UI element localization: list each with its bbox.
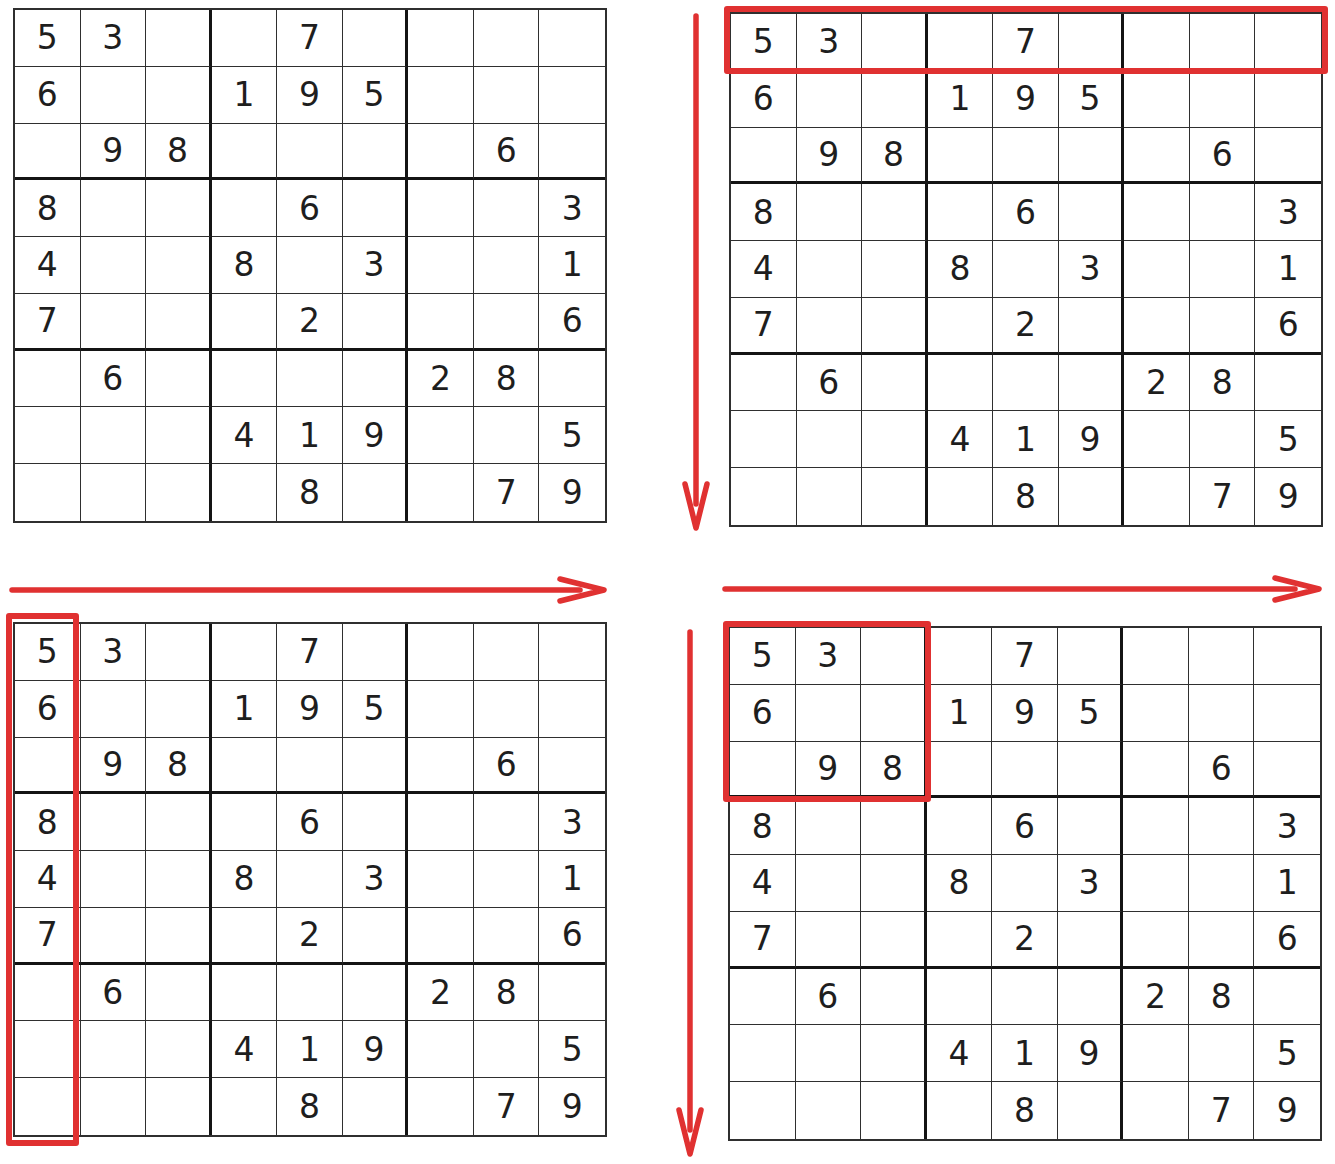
cell-r4c3 — [146, 794, 212, 851]
cell-r5c7 — [408, 237, 474, 294]
cell-r7c4 — [212, 965, 278, 1022]
cell-r7c1 — [731, 355, 797, 412]
cell-r9c4 — [212, 464, 278, 521]
cell-r5c9: 1 — [539, 851, 605, 908]
cell-r2c9 — [1254, 685, 1320, 742]
cell-r5c3 — [861, 855, 927, 912]
cell-r3c8: 6 — [474, 738, 540, 795]
cell-r8c6: 9 — [343, 1021, 409, 1078]
cell-r3c4 — [928, 128, 994, 185]
row-direction-arrow-icon — [721, 574, 1325, 604]
sudoku-panel-bottom-left: 537619598686348317266284195879 — [13, 622, 607, 1137]
cell-r8c4: 4 — [928, 411, 994, 468]
cell-r3c5 — [993, 128, 1059, 185]
cell-r2c2 — [797, 71, 863, 128]
cell-r3c9 — [1255, 128, 1321, 185]
cell-r7c5 — [277, 965, 343, 1022]
cell-r3c7 — [1124, 128, 1190, 185]
cell-r3c9 — [1254, 742, 1320, 799]
cell-r9c4 — [212, 1078, 278, 1135]
cell-r2c1: 6 — [730, 685, 796, 742]
cell-r1c8 — [1190, 14, 1256, 71]
cell-r9c1 — [15, 464, 81, 521]
cell-r1c2: 3 — [797, 14, 863, 71]
cell-r7c5 — [992, 969, 1058, 1026]
cell-r2c2 — [81, 681, 147, 738]
cell-r1c1: 5 — [730, 628, 796, 685]
cell-r5c7 — [408, 851, 474, 908]
sudoku-panel-top-left: 537619598686348317266284195879 — [13, 8, 607, 523]
sudoku-panel-bottom-right: 537619598686348317266284195879 — [728, 626, 1322, 1141]
cell-r1c6 — [343, 624, 409, 681]
cell-r2c3 — [146, 681, 212, 738]
cell-r7c8: 8 — [1189, 969, 1255, 1026]
cell-r6c1: 7 — [15, 294, 81, 351]
cell-r3c6 — [1058, 742, 1124, 799]
cell-r8c3 — [146, 1021, 212, 1078]
cell-r4c4 — [928, 184, 994, 241]
cell-r8c1 — [731, 411, 797, 468]
cell-r8c2 — [796, 1025, 862, 1082]
cell-r1c9 — [1254, 628, 1320, 685]
cell-r3c9 — [539, 738, 605, 795]
cell-r7c2: 6 — [796, 969, 862, 1026]
cell-r9c9: 9 — [1255, 468, 1321, 525]
cell-r8c8 — [474, 1021, 540, 1078]
cell-r4c9: 3 — [539, 180, 605, 237]
cell-r5c1: 4 — [731, 241, 797, 298]
sudoku-grid-top-left: 537619598686348317266284195879 — [13, 8, 607, 523]
cell-r8c6: 9 — [1059, 411, 1125, 468]
cell-r9c7 — [408, 1078, 474, 1135]
cell-r9c2 — [796, 1082, 862, 1139]
cell-r7c9 — [539, 351, 605, 408]
cell-r6c6 — [343, 908, 409, 965]
cell-r5c1: 4 — [15, 851, 81, 908]
cell-r7c8: 8 — [1190, 355, 1256, 412]
cell-r2c6: 5 — [1058, 685, 1124, 742]
cell-r8c7 — [408, 1021, 474, 1078]
cell-r4c6 — [343, 794, 409, 851]
cell-r7c7: 2 — [408, 965, 474, 1022]
cell-r6c8 — [474, 908, 540, 965]
cell-r8c4: 4 — [212, 1021, 278, 1078]
cell-r9c1 — [15, 1078, 81, 1135]
cell-r9c7 — [408, 464, 474, 521]
cell-r9c8: 7 — [1189, 1082, 1255, 1139]
cell-r6c5: 2 — [277, 294, 343, 351]
cell-r2c5: 9 — [993, 71, 1059, 128]
cell-r1c4 — [212, 10, 278, 67]
cell-r6c2 — [796, 912, 862, 969]
cell-r3c8: 6 — [474, 124, 540, 181]
cell-r6c9: 6 — [539, 908, 605, 965]
cell-r8c3 — [146, 407, 212, 464]
cell-r6c5: 2 — [992, 912, 1058, 969]
cell-r8c9: 5 — [539, 1021, 605, 1078]
cell-r1c4 — [212, 624, 278, 681]
cell-r7c6 — [343, 351, 409, 408]
cell-r9c7 — [1123, 1082, 1189, 1139]
cell-r8c8 — [1189, 1025, 1255, 1082]
cell-r2c7 — [1124, 71, 1190, 128]
cell-r5c2 — [796, 855, 862, 912]
cell-r6c7 — [408, 294, 474, 351]
cell-r4c7 — [1123, 798, 1189, 855]
cell-r2c5: 9 — [277, 67, 343, 124]
cell-r9c5: 8 — [277, 1078, 343, 1135]
cell-r6c3 — [862, 298, 928, 355]
cell-r4c1: 8 — [15, 794, 81, 851]
cell-r2c6: 5 — [343, 67, 409, 124]
cell-r1c1: 5 — [15, 624, 81, 681]
cell-r3c5 — [277, 738, 343, 795]
cell-r7c3 — [861, 969, 927, 1026]
cell-r3c2: 9 — [81, 124, 147, 181]
cell-r3c7 — [408, 124, 474, 181]
cell-r1c5: 7 — [993, 14, 1059, 71]
cell-r9c2 — [797, 468, 863, 525]
cell-r6c8 — [1189, 912, 1255, 969]
column-direction-arrow-icon — [675, 628, 705, 1160]
cell-r5c4: 8 — [928, 241, 994, 298]
cell-r6c5: 2 — [277, 908, 343, 965]
cell-r7c4 — [927, 969, 993, 1026]
sudoku-grid-bottom-left: 537619598686348317266284195879 — [13, 622, 607, 1137]
cell-r4c8 — [1190, 184, 1256, 241]
cell-r4c8 — [474, 180, 540, 237]
cell-r3c2: 9 — [797, 128, 863, 185]
cell-r7c8: 8 — [474, 965, 540, 1022]
cell-r7c4 — [212, 351, 278, 408]
cell-r1c7 — [408, 10, 474, 67]
cell-r9c8: 7 — [474, 1078, 540, 1135]
cell-r4c8 — [1189, 798, 1255, 855]
cell-r3c8: 6 — [1189, 742, 1255, 799]
cell-r4c6 — [1058, 798, 1124, 855]
cell-r7c1 — [15, 965, 81, 1022]
cell-r8c5: 1 — [277, 1021, 343, 1078]
cell-r9c8: 7 — [1190, 468, 1256, 525]
cell-r1c3 — [862, 14, 928, 71]
cell-r7c7: 2 — [1124, 355, 1190, 412]
cell-r4c8 — [474, 794, 540, 851]
cell-r2c4: 1 — [928, 71, 994, 128]
cell-r4c3 — [862, 184, 928, 241]
cell-r5c2 — [81, 851, 147, 908]
cell-r6c2 — [81, 908, 147, 965]
cell-r7c7: 2 — [408, 351, 474, 408]
cell-r7c2: 6 — [797, 355, 863, 412]
cell-r5c3 — [862, 241, 928, 298]
cell-r2c8 — [474, 681, 540, 738]
cell-r5c6: 3 — [1058, 855, 1124, 912]
cell-r6c7 — [408, 908, 474, 965]
cell-r8c1 — [15, 407, 81, 464]
cell-r3c4 — [212, 738, 278, 795]
cell-r5c9: 1 — [539, 237, 605, 294]
cell-r1c9 — [539, 624, 605, 681]
cell-r4c3 — [146, 180, 212, 237]
cell-r3c1 — [730, 742, 796, 799]
cell-r2c7 — [1123, 685, 1189, 742]
cell-r1c8 — [1189, 628, 1255, 685]
cell-r1c9 — [539, 10, 605, 67]
cell-r7c6 — [1059, 355, 1125, 412]
cell-r7c9 — [539, 965, 605, 1022]
cell-r4c2 — [81, 794, 147, 851]
cell-r9c6 — [343, 464, 409, 521]
cell-r4c4 — [212, 794, 278, 851]
cell-r8c2 — [797, 411, 863, 468]
cell-r7c9 — [1254, 969, 1320, 1026]
cell-r9c3 — [861, 1082, 927, 1139]
sudoku-rules-diagram: 537619598686348317266284195879 537619598… — [0, 0, 1335, 1164]
cell-r2c4: 1 — [927, 685, 993, 742]
cell-r7c3 — [862, 355, 928, 412]
cell-r7c6 — [343, 965, 409, 1022]
cell-r5c5 — [277, 851, 343, 908]
sudoku-grid-bottom-right: 537619598686348317266284195879 — [728, 626, 1322, 1141]
cell-r1c8 — [474, 10, 540, 67]
cell-r8c1 — [15, 1021, 81, 1078]
cell-r2c9 — [539, 681, 605, 738]
cell-r7c4 — [928, 355, 994, 412]
cell-r8c9: 5 — [539, 407, 605, 464]
cell-r5c8 — [1189, 855, 1255, 912]
cell-r4c2 — [796, 798, 862, 855]
cell-r4c5: 6 — [277, 794, 343, 851]
cell-r1c8 — [474, 624, 540, 681]
cell-r9c3 — [146, 1078, 212, 1135]
cell-r4c5: 6 — [277, 180, 343, 237]
cell-r4c2 — [81, 180, 147, 237]
cell-r4c7 — [408, 180, 474, 237]
cell-r4c2 — [797, 184, 863, 241]
cell-r6c1: 7 — [15, 908, 81, 965]
cell-r5c2 — [797, 241, 863, 298]
cell-r3c1 — [731, 128, 797, 185]
cell-r5c8 — [1190, 241, 1256, 298]
sudoku-grid-top-right: 537619598686348317266284195879 — [729, 12, 1323, 527]
cell-r2c7 — [408, 681, 474, 738]
cell-r6c9: 6 — [539, 294, 605, 351]
cell-r8c4: 4 — [927, 1025, 993, 1082]
cell-r6c5: 2 — [993, 298, 1059, 355]
cell-r3c6 — [343, 124, 409, 181]
cell-r6c7 — [1124, 298, 1190, 355]
cell-r7c7: 2 — [1123, 969, 1189, 1026]
cell-r2c8 — [1189, 685, 1255, 742]
cell-r5c7 — [1124, 241, 1190, 298]
cell-r6c3 — [146, 294, 212, 351]
cell-r7c5 — [277, 351, 343, 408]
cell-r9c7 — [1124, 468, 1190, 525]
cell-r9c9: 9 — [539, 464, 605, 521]
row-direction-arrow-icon — [8, 575, 610, 605]
cell-r1c3 — [146, 10, 212, 67]
cell-r3c4 — [212, 124, 278, 181]
cell-r2c3 — [146, 67, 212, 124]
cell-r1c1: 5 — [15, 10, 81, 67]
cell-r4c1: 8 — [731, 184, 797, 241]
cell-r9c2 — [81, 1078, 147, 1135]
cell-r8c1 — [730, 1025, 796, 1082]
cell-r6c4 — [212, 294, 278, 351]
cell-r3c3: 8 — [146, 124, 212, 181]
cell-r9c6 — [1059, 468, 1125, 525]
cell-r6c4 — [212, 908, 278, 965]
cell-r1c2: 3 — [796, 628, 862, 685]
cell-r8c7 — [1123, 1025, 1189, 1082]
cell-r7c6 — [1058, 969, 1124, 1026]
cell-r8c6: 9 — [1058, 1025, 1124, 1082]
cell-r4c3 — [861, 798, 927, 855]
cell-r9c6 — [343, 1078, 409, 1135]
cell-r1c3 — [861, 628, 927, 685]
cell-r2c9 — [1255, 71, 1321, 128]
cell-r1c4 — [928, 14, 994, 71]
cell-r1c6 — [343, 10, 409, 67]
cell-r2c7 — [408, 67, 474, 124]
cell-r1c6 — [1059, 14, 1125, 71]
cell-r3c7 — [408, 738, 474, 795]
cell-r3c4 — [927, 742, 993, 799]
cell-r6c6 — [343, 294, 409, 351]
cell-r5c8 — [474, 851, 540, 908]
cell-r1c2: 3 — [81, 10, 147, 67]
cell-r5c6: 3 — [343, 237, 409, 294]
sudoku-panel-top-right: 537619598686348317266284195879 — [729, 12, 1323, 527]
cell-r1c3 — [146, 624, 212, 681]
cell-r3c5 — [992, 742, 1058, 799]
cell-r2c2 — [81, 67, 147, 124]
cell-r6c4 — [927, 912, 993, 969]
cell-r8c3 — [861, 1025, 927, 1082]
cell-r6c6 — [1058, 912, 1124, 969]
cell-r1c7 — [1124, 14, 1190, 71]
cell-r5c4: 8 — [212, 237, 278, 294]
cell-r3c5 — [277, 124, 343, 181]
cell-r6c6 — [1059, 298, 1125, 355]
cell-r6c1: 7 — [731, 298, 797, 355]
cell-r9c5: 8 — [992, 1082, 1058, 1139]
cell-r6c2 — [81, 294, 147, 351]
cell-r9c8: 7 — [474, 464, 540, 521]
cell-r6c9: 6 — [1254, 912, 1320, 969]
cell-r2c5: 9 — [992, 685, 1058, 742]
cell-r1c9 — [1255, 14, 1321, 71]
cell-r3c2: 9 — [81, 738, 147, 795]
cell-r2c6: 5 — [1059, 71, 1125, 128]
cell-r5c5 — [277, 237, 343, 294]
cell-r4c1: 8 — [15, 180, 81, 237]
cell-r5c9: 1 — [1255, 241, 1321, 298]
cell-r5c3 — [146, 237, 212, 294]
cell-r3c6 — [343, 738, 409, 795]
cell-r6c8 — [474, 294, 540, 351]
cell-r8c2 — [81, 1021, 147, 1078]
cell-r6c9: 6 — [1255, 298, 1321, 355]
cell-r5c3 — [146, 851, 212, 908]
cell-r4c6 — [343, 180, 409, 237]
cell-r8c8 — [474, 407, 540, 464]
cell-r9c1 — [731, 468, 797, 525]
cell-r7c5 — [993, 355, 1059, 412]
cell-r1c5: 7 — [277, 10, 343, 67]
cell-r1c4 — [927, 628, 993, 685]
cell-r7c1 — [15, 351, 81, 408]
cell-r4c1: 8 — [730, 798, 796, 855]
cell-r5c6: 3 — [1059, 241, 1125, 298]
cell-r4c5: 6 — [992, 798, 1058, 855]
cell-r6c8 — [1190, 298, 1256, 355]
cell-r9c4 — [928, 468, 994, 525]
cell-r2c1: 6 — [731, 71, 797, 128]
cell-r4c9: 3 — [1254, 798, 1320, 855]
cell-r3c9 — [539, 124, 605, 181]
cell-r9c3 — [146, 464, 212, 521]
cell-r8c5: 1 — [277, 407, 343, 464]
cell-r2c3 — [861, 685, 927, 742]
cell-r3c2: 9 — [796, 742, 862, 799]
cell-r8c5: 1 — [992, 1025, 1058, 1082]
cell-r6c4 — [928, 298, 994, 355]
cell-r5c1: 4 — [15, 237, 81, 294]
cell-r2c4: 1 — [212, 681, 278, 738]
cell-r8c8 — [1190, 411, 1256, 468]
cell-r1c5: 7 — [992, 628, 1058, 685]
cell-r9c9: 9 — [539, 1078, 605, 1135]
cell-r4c6 — [1059, 184, 1125, 241]
cell-r8c3 — [862, 411, 928, 468]
cell-r1c2: 3 — [81, 624, 147, 681]
cell-r2c3 — [862, 71, 928, 128]
cell-r6c2 — [797, 298, 863, 355]
cell-r5c5 — [993, 241, 1059, 298]
cell-r8c9: 5 — [1254, 1025, 1320, 1082]
cell-r3c8: 6 — [1190, 128, 1256, 185]
cell-r9c9: 9 — [1254, 1082, 1320, 1139]
cell-r5c1: 4 — [730, 855, 796, 912]
cell-r5c4: 8 — [927, 855, 993, 912]
cell-r2c9 — [539, 67, 605, 124]
cell-r5c2 — [81, 237, 147, 294]
cell-r5c5 — [992, 855, 1058, 912]
cell-r7c2: 6 — [81, 965, 147, 1022]
cell-r4c7 — [408, 794, 474, 851]
cell-r3c7 — [1123, 742, 1189, 799]
cell-r8c4: 4 — [212, 407, 278, 464]
cell-r2c5: 9 — [277, 681, 343, 738]
cell-r5c4: 8 — [212, 851, 278, 908]
cell-r1c5: 7 — [277, 624, 343, 681]
cell-r4c9: 3 — [539, 794, 605, 851]
cell-r3c3: 8 — [146, 738, 212, 795]
cell-r9c2 — [81, 464, 147, 521]
cell-r6c3 — [146, 908, 212, 965]
cell-r6c7 — [1123, 912, 1189, 969]
cell-r2c2 — [796, 685, 862, 742]
cell-r6c3 — [861, 912, 927, 969]
cell-r3c3: 8 — [861, 742, 927, 799]
cell-r6c1: 7 — [730, 912, 796, 969]
cell-r2c4: 1 — [212, 67, 278, 124]
cell-r1c1: 5 — [731, 14, 797, 71]
cell-r4c9: 3 — [1255, 184, 1321, 241]
cell-r9c5: 8 — [993, 468, 1059, 525]
cell-r2c1: 6 — [15, 681, 81, 738]
